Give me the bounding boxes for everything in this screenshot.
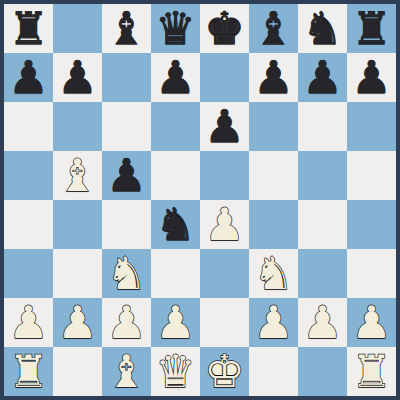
square-c4[interactable] [102, 200, 151, 249]
square-b4[interactable] [53, 200, 102, 249]
white-pawn[interactable]: ♟ [8, 298, 48, 347]
black-queen[interactable]: ♛ [155, 4, 195, 53]
square-e3[interactable] [200, 249, 249, 298]
black-pawn[interactable]: ♟ [351, 53, 391, 102]
square-f7[interactable]: ♟ [249, 53, 298, 102]
black-pawn[interactable]: ♟ [204, 102, 244, 151]
black-knight[interactable]: ♞ [302, 4, 342, 53]
square-a4[interactable] [4, 200, 53, 249]
square-d4[interactable]: ♞ [151, 200, 200, 249]
square-g5[interactable] [298, 151, 347, 200]
white-rook[interactable]: ♜ [8, 347, 48, 396]
white-pawn[interactable]: ♟ [106, 298, 146, 347]
chess-board: ♜♝♛♚♝♞♜♟♟♟♟♟♟♟♝♟♞♟♞♞♟♟♟♟♟♟♟♜♝♛♚♜ [0, 0, 400, 400]
square-d7[interactable]: ♟ [151, 53, 200, 102]
square-e7[interactable] [200, 53, 249, 102]
square-b1[interactable] [53, 347, 102, 396]
black-king[interactable]: ♚ [204, 4, 244, 53]
square-g4[interactable] [298, 200, 347, 249]
square-b6[interactable] [53, 102, 102, 151]
square-d3[interactable] [151, 249, 200, 298]
black-knight[interactable]: ♞ [155, 200, 195, 249]
square-h5[interactable] [347, 151, 396, 200]
white-pawn[interactable]: ♟ [253, 298, 293, 347]
square-e6[interactable]: ♟ [200, 102, 249, 151]
white-pawn[interactable]: ♟ [155, 298, 195, 347]
square-h7[interactable]: ♟ [347, 53, 396, 102]
square-g3[interactable] [298, 249, 347, 298]
square-d2[interactable]: ♟ [151, 298, 200, 347]
square-f3[interactable]: ♞ [249, 249, 298, 298]
square-e2[interactable] [200, 298, 249, 347]
square-c6[interactable] [102, 102, 151, 151]
black-rook[interactable]: ♜ [351, 4, 391, 53]
square-e1[interactable]: ♚ [200, 347, 249, 396]
square-e8[interactable]: ♚ [200, 4, 249, 53]
square-b7[interactable]: ♟ [53, 53, 102, 102]
white-rook[interactable]: ♜ [351, 347, 391, 396]
square-h2[interactable]: ♟ [347, 298, 396, 347]
square-d5[interactable] [151, 151, 200, 200]
square-a2[interactable]: ♟ [4, 298, 53, 347]
square-a8[interactable]: ♜ [4, 4, 53, 53]
square-g8[interactable]: ♞ [298, 4, 347, 53]
square-f5[interactable] [249, 151, 298, 200]
square-d6[interactable] [151, 102, 200, 151]
square-c1[interactable]: ♝ [102, 347, 151, 396]
square-b2[interactable]: ♟ [53, 298, 102, 347]
black-pawn[interactable]: ♟ [8, 53, 48, 102]
square-g7[interactable]: ♟ [298, 53, 347, 102]
square-a1[interactable]: ♜ [4, 347, 53, 396]
black-pawn[interactable]: ♟ [302, 53, 342, 102]
white-knight[interactable]: ♞ [253, 249, 293, 298]
square-f6[interactable] [249, 102, 298, 151]
square-h3[interactable] [347, 249, 396, 298]
square-c2[interactable]: ♟ [102, 298, 151, 347]
square-b8[interactable] [53, 4, 102, 53]
square-b5[interactable]: ♝ [53, 151, 102, 200]
square-d1[interactable]: ♛ [151, 347, 200, 396]
square-f8[interactable]: ♝ [249, 4, 298, 53]
square-b3[interactable] [53, 249, 102, 298]
square-e4[interactable]: ♟ [200, 200, 249, 249]
square-c3[interactable]: ♞ [102, 249, 151, 298]
square-c5[interactable]: ♟ [102, 151, 151, 200]
white-bishop[interactable]: ♝ [106, 347, 146, 396]
square-d8[interactable]: ♛ [151, 4, 200, 53]
square-f4[interactable] [249, 200, 298, 249]
white-king[interactable]: ♚ [204, 347, 244, 396]
square-h6[interactable] [347, 102, 396, 151]
white-knight[interactable]: ♞ [106, 249, 146, 298]
white-pawn[interactable]: ♟ [204, 200, 244, 249]
square-a7[interactable]: ♟ [4, 53, 53, 102]
square-c8[interactable]: ♝ [102, 4, 151, 53]
square-e5[interactable] [200, 151, 249, 200]
square-a5[interactable] [4, 151, 53, 200]
white-pawn[interactable]: ♟ [57, 298, 97, 347]
black-pawn[interactable]: ♟ [155, 53, 195, 102]
square-a3[interactable] [4, 249, 53, 298]
white-pawn[interactable]: ♟ [351, 298, 391, 347]
square-a6[interactable] [4, 102, 53, 151]
black-bishop[interactable]: ♝ [106, 4, 146, 53]
white-bishop[interactable]: ♝ [57, 151, 97, 200]
square-g6[interactable] [298, 102, 347, 151]
black-pawn[interactable]: ♟ [57, 53, 97, 102]
square-f2[interactable]: ♟ [249, 298, 298, 347]
white-queen[interactable]: ♛ [155, 347, 195, 396]
black-bishop[interactable]: ♝ [253, 4, 293, 53]
square-h1[interactable]: ♜ [347, 347, 396, 396]
black-rook[interactable]: ♜ [8, 4, 48, 53]
square-g2[interactable]: ♟ [298, 298, 347, 347]
square-g1[interactable] [298, 347, 347, 396]
black-pawn[interactable]: ♟ [106, 151, 146, 200]
square-c7[interactable] [102, 53, 151, 102]
square-h8[interactable]: ♜ [347, 4, 396, 53]
square-h4[interactable] [347, 200, 396, 249]
white-pawn[interactable]: ♟ [302, 298, 342, 347]
black-pawn[interactable]: ♟ [253, 53, 293, 102]
square-f1[interactable] [249, 347, 298, 396]
